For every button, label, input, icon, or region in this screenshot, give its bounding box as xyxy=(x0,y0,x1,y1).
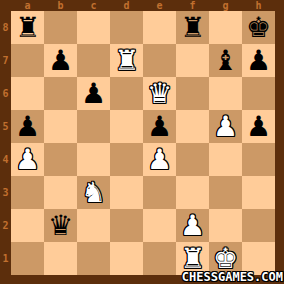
file-label-h: h xyxy=(242,0,275,11)
square-c3[interactable]: ♞ xyxy=(77,176,110,209)
square-c1[interactable] xyxy=(77,242,110,275)
square-c5[interactable] xyxy=(77,110,110,143)
square-f5[interactable] xyxy=(176,110,209,143)
white-pawn-e4[interactable]: ♟ xyxy=(147,143,172,176)
square-g5[interactable]: ♟ xyxy=(209,110,242,143)
square-b4[interactable] xyxy=(44,143,77,176)
square-d3[interactable] xyxy=(110,176,143,209)
rank-label-6: 6 xyxy=(0,77,11,110)
file-label-c: c xyxy=(77,0,110,11)
square-b6[interactable] xyxy=(44,77,77,110)
black-king-h8[interactable]: ♚ xyxy=(246,11,271,44)
chessgames-watermark: CHESSGAMES.COM xyxy=(182,271,283,284)
rank-label-1: 1 xyxy=(0,242,11,275)
square-b3[interactable] xyxy=(44,176,77,209)
square-d6[interactable] xyxy=(110,77,143,110)
black-rook-a8[interactable]: ♜ xyxy=(15,11,40,44)
white-rook-d7[interactable]: ♜ xyxy=(114,44,139,77)
black-queen-b2[interactable]: ♛ xyxy=(48,209,73,242)
black-pawn-c6[interactable]: ♟ xyxy=(81,77,106,110)
square-c2[interactable] xyxy=(77,209,110,242)
rank-label-7: 7 xyxy=(0,44,11,77)
square-g4[interactable] xyxy=(209,143,242,176)
square-g2[interactable] xyxy=(209,209,242,242)
square-c4[interactable] xyxy=(77,143,110,176)
square-a3[interactable] xyxy=(11,176,44,209)
square-e8[interactable] xyxy=(143,11,176,44)
square-f3[interactable] xyxy=(176,176,209,209)
black-bishop-g7[interactable]: ♝ xyxy=(213,44,238,77)
rank-label-5: 5 xyxy=(0,110,11,143)
square-b5[interactable] xyxy=(44,110,77,143)
square-b1[interactable] xyxy=(44,242,77,275)
square-h6[interactable] xyxy=(242,77,275,110)
black-pawn-b7[interactable]: ♟ xyxy=(48,44,73,77)
square-g3[interactable] xyxy=(209,176,242,209)
square-a5[interactable]: ♟ xyxy=(11,110,44,143)
square-e6[interactable]: ♛ xyxy=(143,77,176,110)
square-h7[interactable]: ♟ xyxy=(242,44,275,77)
square-b7[interactable]: ♟ xyxy=(44,44,77,77)
square-d4[interactable] xyxy=(110,143,143,176)
square-a4[interactable]: ♟ xyxy=(11,143,44,176)
square-b8[interactable] xyxy=(44,11,77,44)
square-e4[interactable]: ♟ xyxy=(143,143,176,176)
file-label-d: d xyxy=(110,0,143,11)
file-label-g: g xyxy=(209,0,242,11)
square-g6[interactable] xyxy=(209,77,242,110)
square-h3[interactable] xyxy=(242,176,275,209)
square-h5[interactable]: ♟ xyxy=(242,110,275,143)
file-label-b: b xyxy=(44,0,77,11)
file-labels: abcdefgh xyxy=(11,0,275,11)
square-b2[interactable]: ♛ xyxy=(44,209,77,242)
square-a2[interactable] xyxy=(11,209,44,242)
square-h2[interactable] xyxy=(242,209,275,242)
square-a8[interactable]: ♜ xyxy=(11,11,44,44)
square-f7[interactable] xyxy=(176,44,209,77)
square-e1[interactable] xyxy=(143,242,176,275)
rank-label-8: 8 xyxy=(0,11,11,44)
square-c7[interactable] xyxy=(77,44,110,77)
chess-diagram: abcdefgh 87654321 ♜♜♚♟♜♝♟♟♛♟♟♟♟♟♟♞♛♟♜♚ C… xyxy=(0,0,284,284)
white-pawn-f2[interactable]: ♟ xyxy=(180,209,205,242)
square-d2[interactable] xyxy=(110,209,143,242)
file-label-a: a xyxy=(11,0,44,11)
black-pawn-a5[interactable]: ♟ xyxy=(15,110,40,143)
black-pawn-h7[interactable]: ♟ xyxy=(246,44,271,77)
white-queen-e6[interactable]: ♛ xyxy=(147,77,172,110)
rank-label-2: 2 xyxy=(0,209,11,242)
file-label-e: e xyxy=(143,0,176,11)
white-pawn-a4[interactable]: ♟ xyxy=(15,143,40,176)
square-d1[interactable] xyxy=(110,242,143,275)
square-f8[interactable]: ♜ xyxy=(176,11,209,44)
square-e7[interactable] xyxy=(143,44,176,77)
square-a7[interactable] xyxy=(11,44,44,77)
white-knight-c3[interactable]: ♞ xyxy=(81,176,106,209)
black-rook-f8[interactable]: ♜ xyxy=(180,11,205,44)
square-c8[interactable] xyxy=(77,11,110,44)
square-f6[interactable] xyxy=(176,77,209,110)
white-pawn-g5[interactable]: ♟ xyxy=(213,110,238,143)
square-g7[interactable]: ♝ xyxy=(209,44,242,77)
chess-board: ♜♜♚♟♜♝♟♟♛♟♟♟♟♟♟♞♛♟♜♚ xyxy=(11,11,275,275)
black-pawn-e5[interactable]: ♟ xyxy=(147,110,172,143)
square-a6[interactable] xyxy=(11,77,44,110)
square-g8[interactable] xyxy=(209,11,242,44)
square-h8[interactable]: ♚ xyxy=(242,11,275,44)
square-f2[interactable]: ♟ xyxy=(176,209,209,242)
square-h4[interactable] xyxy=(242,143,275,176)
square-a1[interactable] xyxy=(11,242,44,275)
file-label-f: f xyxy=(176,0,209,11)
square-d7[interactable]: ♜ xyxy=(110,44,143,77)
square-f4[interactable] xyxy=(176,143,209,176)
square-d5[interactable] xyxy=(110,110,143,143)
square-e2[interactable] xyxy=(143,209,176,242)
square-d8[interactable] xyxy=(110,11,143,44)
square-c6[interactable]: ♟ xyxy=(77,77,110,110)
rank-labels: 87654321 xyxy=(0,11,11,275)
square-e5[interactable]: ♟ xyxy=(143,110,176,143)
black-pawn-h5[interactable]: ♟ xyxy=(246,110,271,143)
rank-label-4: 4 xyxy=(0,143,11,176)
square-e3[interactable] xyxy=(143,176,176,209)
rank-label-3: 3 xyxy=(0,176,11,209)
